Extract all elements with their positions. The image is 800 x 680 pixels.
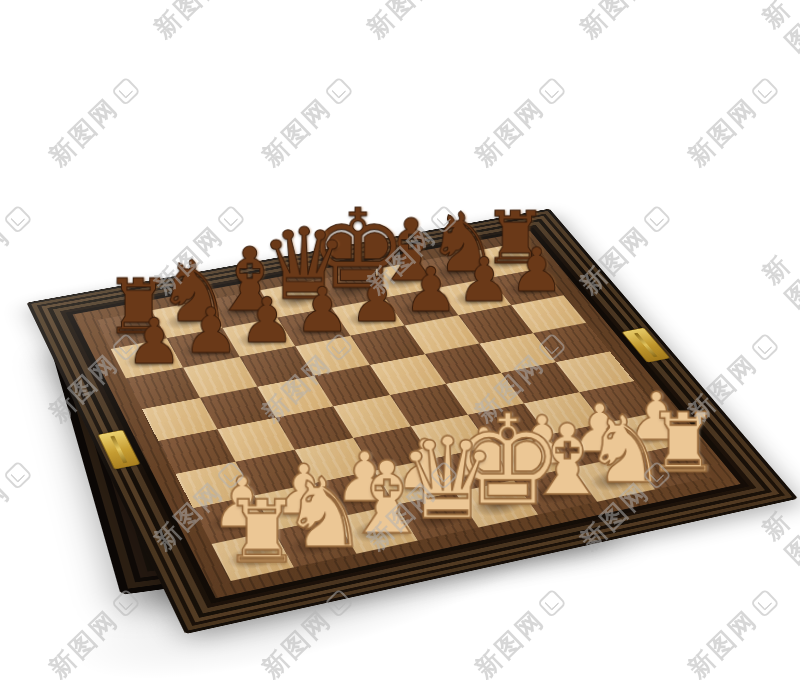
watermark-text: 新图网 — [42, 91, 125, 173]
watermark-text: 新图网 — [468, 603, 551, 680]
watermark-tile: 新图网 — [681, 72, 784, 173]
watermark-logo-icon — [642, 204, 672, 234]
watermark-logo-icon — [3, 204, 33, 234]
watermark-text: 新图网 — [755, 504, 800, 595]
piece-black-pawn[interactable]: ♟ — [404, 261, 459, 319]
watermark-text: 新图网 — [681, 91, 764, 173]
watermark-tile: 新图网 — [0, 0, 37, 45]
piece-black-pawn[interactable]: ♟ — [239, 291, 295, 350]
square-a1[interactable]: ♜ — [212, 531, 294, 581]
watermark-logo-icon — [324, 76, 354, 106]
watermark-text: 新图网 — [573, 0, 656, 45]
watermark-tile: 新图网 — [755, 0, 800, 82]
product-photo-stage: ♜♞♝♛♚♝♞♜♟♟♟♟♟♟♟♟♟♟♟♟♟♟♟♟♜♞♝♛♚♝♞♜ 新图网新图网新… — [0, 0, 800, 680]
watermark-tile: 新图网 — [468, 72, 571, 173]
watermark-text: 新图网 — [755, 0, 800, 82]
piece-black-pawn[interactable]: ♟ — [183, 302, 239, 362]
watermark-tile: 新图网 — [0, 456, 37, 557]
piece-black-pawn[interactable]: ♟ — [349, 271, 404, 329]
watermark-logo-icon — [537, 76, 567, 106]
piece-black-pawn[interactable]: ♟ — [510, 242, 564, 299]
watermark-text: 新图网 — [0, 219, 17, 301]
watermark-text: 新图网 — [0, 0, 17, 45]
watermark-tile: 新图网 — [42, 72, 145, 173]
watermark-tile: 新图网 — [0, 200, 37, 301]
watermark-tile: 新图网 — [255, 72, 358, 173]
watermark-logo-icon — [111, 76, 141, 106]
watermark-text: 新图网 — [681, 603, 764, 680]
piece-black-pawn[interactable]: ♟ — [295, 281, 351, 340]
watermark-logo-icon — [3, 460, 33, 490]
watermark-text: 新图网 — [755, 248, 800, 339]
watermark-logo-icon — [750, 76, 780, 106]
watermark-text: 新图网 — [360, 0, 443, 45]
watermark-tile: 新图网 — [681, 584, 784, 680]
watermark-tile: 新图网 — [360, 0, 463, 45]
piece-black-pawn[interactable]: ♟ — [126, 312, 183, 372]
watermark-tile: 新图网 — [147, 0, 250, 45]
watermark-text: 新图网 — [255, 91, 338, 173]
watermark-tile: 新图网 — [573, 0, 676, 45]
piece-white-rook[interactable]: ♜ — [223, 491, 300, 573]
watermark-logo-icon — [750, 332, 780, 362]
watermark-logo-icon — [750, 588, 780, 618]
watermark-text: 新图网 — [0, 475, 17, 557]
piece-black-pawn[interactable]: ♟ — [457, 252, 511, 310]
watermark-text: 新图网 — [468, 91, 551, 173]
watermark-logo-icon — [537, 588, 567, 618]
watermark-tile: 新图网 — [755, 229, 800, 338]
watermark-text: 新图网 — [147, 0, 230, 45]
